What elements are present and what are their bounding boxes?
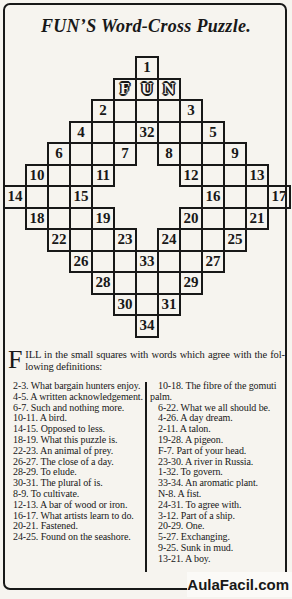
grid-cell[interactable] [157, 250, 181, 274]
grid-cell[interactable] [69, 164, 93, 188]
grid-cell[interactable]: 28 [91, 271, 115, 295]
column-divider [145, 382, 147, 572]
grid-cell[interactable] [113, 121, 137, 145]
grid-cell[interactable] [179, 121, 203, 145]
instructions: FILL in the small squares with words whi… [8, 349, 285, 373]
grid-cell[interactable]: U [135, 78, 159, 102]
grid-cell[interactable] [113, 99, 137, 123]
grid-cell[interactable]: 31 [157, 293, 181, 317]
grid-cell[interactable] [179, 142, 203, 166]
grid-cell[interactable] [201, 207, 225, 231]
grid-cell[interactable]: 14 [3, 185, 27, 209]
grid-cell[interactable] [25, 185, 49, 209]
grid-cell[interactable] [179, 228, 203, 252]
grid-cell[interactable]: 20 [179, 207, 203, 231]
grid-cell[interactable]: 19 [91, 207, 115, 231]
grid-cell[interactable] [69, 142, 93, 166]
grid-cell[interactable] [91, 142, 115, 166]
grid-cell[interactable]: 7 [113, 142, 137, 166]
grid-cell[interactable] [157, 271, 181, 295]
grid-cell[interactable]: 12 [179, 164, 203, 188]
clues-left: 2-3. What bargain hunters enjoy.4-5. A w… [5, 381, 144, 543]
grid-cell[interactable]: 34 [135, 314, 159, 338]
grid-cell[interactable]: 6 [47, 142, 71, 166]
clue-item: 10-18. The fibre of the gomuti palm. [150, 381, 289, 403]
grid-cell[interactable] [47, 185, 71, 209]
grid-cell[interactable] [223, 185, 247, 209]
grid-cell[interactable]: 25 [223, 228, 247, 252]
grid-cell[interactable]: 13 [245, 164, 269, 188]
grid-cell[interactable]: 21 [245, 207, 269, 231]
grid-cell[interactable] [91, 250, 115, 274]
grid-cell[interactable]: 32 [135, 121, 159, 145]
grid-cell[interactable]: 27 [201, 250, 225, 274]
grid-cell[interactable]: 16 [201, 185, 225, 209]
crossword-grid: 1FUN234325678910111213141516171819202122… [3, 56, 290, 338]
grid-cell[interactable] [223, 207, 247, 231]
grid-cell[interactable] [157, 121, 181, 145]
grid-cell[interactable] [113, 271, 137, 295]
page-title: FUN’S Word-Cross Puzzle. [0, 16, 292, 37]
grid-cell[interactable]: 23 [113, 228, 137, 252]
clue-item: F-7. Part of your head. [150, 446, 289, 457]
clue-item: 4-5. A written acknowledge­ment. [5, 392, 144, 403]
grid-cell[interactable] [135, 271, 159, 295]
grid-cell[interactable]: 1 [135, 56, 159, 80]
instructions-text: ILL in the small squares with words whic… [25, 349, 285, 372]
grid-cell[interactable] [223, 164, 247, 188]
grid-cell[interactable] [179, 250, 203, 274]
grid-cell[interactable] [69, 207, 93, 231]
grid-cell[interactable] [91, 121, 115, 145]
grid-cell[interactable]: 22 [47, 228, 71, 252]
grid-cell[interactable] [47, 164, 71, 188]
clue-item: 22-23. An animal of prey. [5, 446, 144, 457]
clues-right: 10-18. The fibre of the gomuti palm.6-22… [150, 381, 289, 565]
grid-cell[interactable] [135, 99, 159, 123]
drop-cap: F [8, 349, 22, 370]
grid-cell[interactable]: F [113, 78, 137, 102]
grid-cell[interactable] [47, 207, 71, 231]
grid-cell[interactable]: 4 [69, 121, 93, 145]
grid-cell[interactable]: 17 [267, 185, 291, 209]
grid-cell[interactable]: 2 [91, 99, 115, 123]
grid-cell[interactable] [201, 142, 225, 166]
grid-cell[interactable]: 15 [69, 185, 93, 209]
grid-cell[interactable] [135, 293, 159, 317]
clue-item: 13-21. A boy. [150, 554, 289, 565]
grid-cell[interactable]: N [157, 78, 181, 102]
grid-cell[interactable]: 3 [179, 99, 203, 123]
clue-item: 24-31. To agree with. [150, 500, 289, 511]
grid-cell[interactable]: 18 [25, 207, 49, 231]
grid-cell[interactable] [91, 228, 115, 252]
grid-cell[interactable]: 8 [157, 142, 181, 166]
grid-cell[interactable]: 9 [223, 142, 247, 166]
watermark: AulaFacil.com [187, 572, 292, 597]
grid-cell[interactable]: 5 [201, 121, 225, 145]
puzzle-page: FUN’S Word-Cross Puzzle. 1FUN23432567891… [0, 0, 292, 599]
grid-cell[interactable] [245, 185, 269, 209]
grid-cell[interactable]: 26 [69, 250, 93, 274]
grid-cell[interactable] [201, 164, 225, 188]
grid-cell[interactable]: 29 [179, 271, 203, 295]
clue-item: 12-13. A bar of wood or iron. [5, 500, 144, 511]
grid-cell[interactable] [157, 99, 181, 123]
grid-cell[interactable]: 11 [91, 164, 115, 188]
grid-cell[interactable]: 33 [135, 250, 159, 274]
grid-cell[interactable] [201, 228, 225, 252]
grid-cell[interactable]: 30 [113, 293, 137, 317]
grid-cell[interactable]: 10 [25, 164, 49, 188]
grid-cell[interactable]: 24 [157, 228, 181, 252]
clue-item: 24-25. Found on the seashore. [5, 532, 144, 543]
grid-cell[interactable] [113, 250, 137, 274]
grid-cell[interactable] [69, 228, 93, 252]
